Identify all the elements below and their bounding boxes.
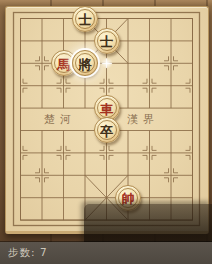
piece-glyph: 卒 (100, 124, 113, 137)
piece-black-advisor[interactable]: 士 (94, 28, 120, 54)
status-bar: 步数: 7 (0, 242, 212, 264)
piece-glyph: 帥 (122, 192, 135, 205)
pieces-layer: 士士馬將車卒帥 (10, 7, 204, 231)
piece-glyph: 車 (100, 102, 113, 115)
game-screen: 楚河 漢界 士士馬將車卒帥 步数: 7 (0, 0, 212, 264)
piece-glyph: 士 (100, 35, 113, 48)
move-count-label: 步数: 7 (8, 246, 48, 260)
piece-glyph: 士 (79, 13, 92, 26)
piece-glyph: 將 (79, 57, 92, 70)
piece-black-soldier[interactable]: 卒 (94, 117, 120, 143)
piece-black-general[interactable]: 將 (72, 50, 98, 76)
piece-glyph: 馬 (57, 57, 70, 70)
piece-black-advisor[interactable]: 士 (72, 6, 98, 32)
